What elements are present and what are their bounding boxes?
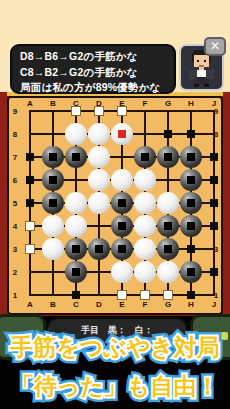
coord-label: 2 xyxy=(11,268,19,277)
black-stone[interactable] xyxy=(180,261,202,283)
bubble-line-1: D8→B6→G2の手筋かな xyxy=(12,49,174,64)
coord-label: 9 xyxy=(212,107,220,116)
coord-label: 8 xyxy=(212,130,220,139)
banner-line-2: 「待った」も自由！ 「待った」も自由！ 「待った」も自由！ xyxy=(0,371,230,407)
white-stone[interactable] xyxy=(134,215,156,237)
coord-label: D xyxy=(93,300,105,309)
white-stone[interactable] xyxy=(88,146,110,168)
coord-label: F xyxy=(139,99,151,108)
white-stone[interactable] xyxy=(65,192,87,214)
black-stone[interactable] xyxy=(180,146,202,168)
coord-label: 3 xyxy=(11,245,19,254)
speech-bubble: D8→B6→G2の手筋かな C8→B2→G2の手筋かな 局面は私の方が89%優勢… xyxy=(10,44,176,94)
white-stone[interactable] xyxy=(42,238,64,260)
black-territory-mark xyxy=(210,222,218,230)
black-stone[interactable] xyxy=(157,238,179,260)
stone-center-square xyxy=(118,222,126,230)
black-stone[interactable] xyxy=(180,169,202,191)
white-stone[interactable] xyxy=(65,215,87,237)
coord-label: 7 xyxy=(11,153,19,162)
stone-center-square xyxy=(141,153,149,161)
black-stone[interactable] xyxy=(111,238,133,260)
stone-center-square xyxy=(187,153,195,161)
white-stone[interactable] xyxy=(111,123,133,145)
white-territory-mark xyxy=(95,107,103,115)
black-territory-mark xyxy=(210,268,218,276)
black-stone[interactable] xyxy=(134,146,156,168)
black-territory-mark xyxy=(210,153,218,161)
white-territory-mark xyxy=(118,291,126,299)
white-territory-mark xyxy=(141,291,149,299)
banner-line-1: 手筋をつぶやき対局 手筋をつぶやき対局 手筋をつぶやき対局 xyxy=(0,332,230,368)
white-stone[interactable] xyxy=(134,238,156,260)
stone-center-square xyxy=(72,268,80,276)
stone-center-square xyxy=(164,153,172,161)
stone-center-square xyxy=(187,222,195,230)
white-stone[interactable] xyxy=(157,192,179,214)
coord-label: 9 xyxy=(11,107,19,116)
promo-banner: 手筋をつぶやき対局 手筋をつぶやき対局 手筋をつぶやき対局 「待った」も自由！ … xyxy=(0,330,230,409)
app-screen: D8→B6→G2の手筋かな C8→B2→G2の手筋かな 局面は私の方が89%優勢… xyxy=(0,0,230,409)
stone-center-square xyxy=(72,153,80,161)
black-stone[interactable] xyxy=(65,146,87,168)
white-stone[interactable] xyxy=(42,215,64,237)
white-territory-mark xyxy=(72,107,80,115)
black-stone[interactable] xyxy=(42,192,64,214)
black-stone[interactable] xyxy=(111,192,133,214)
black-territory-mark xyxy=(210,199,218,207)
black-stone[interactable] xyxy=(88,238,110,260)
stone-center-square xyxy=(187,199,195,207)
coord-label: A xyxy=(24,300,36,309)
white-territory-mark xyxy=(26,245,34,253)
coord-label: G xyxy=(162,300,174,309)
coord-label: 6 xyxy=(11,176,19,185)
white-territory-mark xyxy=(164,291,172,299)
coord-label: E xyxy=(116,300,128,309)
white-stone[interactable] xyxy=(88,192,110,214)
black-territory-mark xyxy=(26,176,34,184)
coord-label: 4 xyxy=(11,222,19,231)
coord-label: A xyxy=(24,99,36,108)
black-stone[interactable] xyxy=(111,215,133,237)
stone-center-square xyxy=(49,199,57,207)
stone-center-square xyxy=(49,153,57,161)
black-territory-mark xyxy=(187,291,195,299)
stone-center-square xyxy=(118,245,126,253)
black-territory-mark xyxy=(26,199,34,207)
stone-center-square xyxy=(49,176,57,184)
last-move-marker xyxy=(118,130,126,138)
stone-center-square xyxy=(187,268,195,276)
coord-label: F xyxy=(139,300,151,309)
coord-label: 1 xyxy=(212,291,220,300)
white-stone[interactable] xyxy=(111,169,133,191)
close-button[interactable]: ✕ xyxy=(204,37,226,56)
white-stone[interactable] xyxy=(111,261,133,283)
black-stone[interactable] xyxy=(65,238,87,260)
stone-center-square xyxy=(118,199,126,207)
stone-center-square xyxy=(164,245,172,253)
stone-center-square xyxy=(164,222,172,230)
black-territory-mark xyxy=(72,291,80,299)
white-stone[interactable] xyxy=(134,192,156,214)
white-stone[interactable] xyxy=(88,169,110,191)
black-stone[interactable] xyxy=(42,146,64,168)
black-territory-mark xyxy=(26,153,34,161)
close-icon: ✕ xyxy=(210,39,220,53)
white-stone[interactable] xyxy=(157,261,179,283)
stone-center-square xyxy=(95,245,103,253)
coord-label: 1 xyxy=(11,291,19,300)
go-board[interactable]: AABBCCDDEEFFGGHHJJ998877665544332211 xyxy=(7,96,223,315)
black-stone[interactable] xyxy=(157,146,179,168)
black-territory-mark xyxy=(187,245,195,253)
white-stone[interactable] xyxy=(134,261,156,283)
coord-label: C xyxy=(70,300,82,309)
white-stone[interactable] xyxy=(88,123,110,145)
black-stone[interactable] xyxy=(180,192,202,214)
black-territory-mark xyxy=(164,130,172,138)
coord-label: 8 xyxy=(11,130,19,139)
stone-center-square xyxy=(187,176,195,184)
bubble-line-2: C8→B2→G2の手筋かな xyxy=(12,65,174,80)
coord-label: 3 xyxy=(212,245,220,254)
coord-label: 5 xyxy=(11,199,19,208)
coord-label: H xyxy=(185,99,197,108)
stone-center-square xyxy=(72,245,80,253)
white-stone[interactable] xyxy=(134,169,156,191)
banner-line-1-text: 手筋をつぶやき対局 xyxy=(10,332,220,363)
banner-line-2-text: 「待った」も自由！ xyxy=(11,371,220,402)
coord-label: H xyxy=(185,300,197,309)
black-territory-mark xyxy=(210,176,218,184)
black-stone[interactable] xyxy=(180,215,202,237)
black-stone[interactable] xyxy=(157,215,179,237)
white-territory-mark xyxy=(26,222,34,230)
black-stone[interactable] xyxy=(65,261,87,283)
black-territory-mark xyxy=(187,130,195,138)
coord-label: B xyxy=(47,300,59,309)
coord-label: B xyxy=(47,99,59,108)
bubble-line-3: 局面は私の方が89%優勢かな xyxy=(12,80,174,95)
black-stone[interactable] xyxy=(42,169,64,191)
white-territory-mark xyxy=(118,107,126,115)
coord-label: J xyxy=(208,300,220,309)
coord-label: G xyxy=(162,99,174,108)
white-stone[interactable] xyxy=(65,123,87,145)
